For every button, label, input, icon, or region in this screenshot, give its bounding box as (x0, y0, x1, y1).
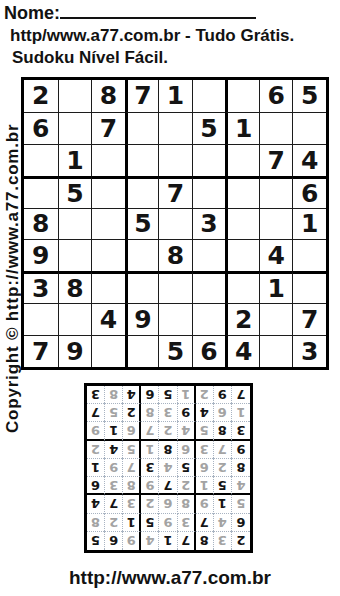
cell-r5c5 (158, 208, 192, 240)
solution-cell-r9c8: 8 (105, 386, 123, 404)
cell-r7c4 (125, 271, 159, 303)
solution-cell-r7c9: 9 (87, 422, 105, 440)
solution-cell-r9c2: 9 (214, 386, 232, 404)
cell-r4c2: 5 (58, 176, 92, 208)
solution-cell-r4c3: 1 (196, 477, 214, 495)
solution-cell-r7c1: 3 (232, 422, 250, 440)
solution-cell-r5c9: 1 (87, 459, 105, 477)
solution-cell-r8c1: 1 (232, 404, 250, 422)
solution-cell-r2c9: 8 (87, 514, 105, 532)
solution-cell-r9c4: 1 (178, 386, 196, 404)
cell-r2c5 (158, 112, 192, 144)
solution-cell-r9c3: 2 (196, 386, 214, 404)
cell-r8c5 (158, 303, 192, 335)
cell-r9c4 (125, 335, 159, 367)
solution-cell-r4c6: 9 (141, 477, 159, 495)
cell-r6c2 (58, 239, 92, 271)
cell-r6c1: 9 (24, 239, 58, 271)
cell-r1c4: 7 (125, 80, 159, 112)
cell-r2c7: 1 (225, 112, 259, 144)
cell-r2c8 (259, 112, 293, 144)
solution-cell-r3c7: 3 (123, 495, 141, 513)
name-row: Nome: (4, 2, 256, 24)
cell-r7c5 (158, 271, 192, 303)
solution-cell-r1c5: 1 (159, 532, 177, 550)
cell-r1c7 (225, 80, 259, 112)
solution-cell-r4c5: 7 (159, 477, 177, 495)
solution-cell-r6c5: 8 (159, 441, 177, 459)
solution-cell-r1c6: 4 (141, 532, 159, 550)
solution-cell-r8c9: 7 (87, 404, 105, 422)
solution-cell-r4c1: 4 (232, 477, 250, 495)
solution-cell-r1c1: 2 (232, 532, 250, 550)
solution-cell-r1c2: 3 (214, 532, 232, 550)
solution-cell-r3c4: 8 (178, 495, 196, 513)
cell-r9c9: 3 (292, 335, 326, 367)
cell-r3c6 (192, 144, 226, 176)
footer-url: http://www.a77.com.br (0, 567, 340, 589)
solution-cell-r6c2: 7 (214, 441, 232, 459)
cell-r8c6 (192, 303, 226, 335)
solution-cell-r4c2: 5 (214, 477, 232, 495)
cell-r9c6: 6 (192, 335, 226, 367)
solution-board: 2387149656473951285198623744512798368265… (84, 383, 253, 553)
cell-r3c1 (24, 144, 58, 176)
solution-cell-r2c4: 3 (178, 514, 196, 532)
cell-r7c2: 8 (58, 271, 92, 303)
name-blank-line (60, 2, 256, 19)
solution-cell-r5c2: 2 (214, 459, 232, 477)
solution-cell-r3c9: 4 (87, 495, 105, 513)
solution-cell-r1c4: 7 (178, 532, 196, 550)
cell-r7c1: 3 (24, 271, 58, 303)
cell-r4c7 (225, 176, 259, 208)
solution-cell-r8c5: 3 (159, 404, 177, 422)
cell-r5c8 (259, 208, 293, 240)
cell-r2c6: 5 (192, 112, 226, 144)
solution-cell-r5c6: 3 (141, 459, 159, 477)
solution-cell-r6c9: 2 (87, 441, 105, 459)
cell-r1c5: 1 (158, 80, 192, 112)
cell-r1c1: 2 (24, 80, 58, 112)
solution-cell-r6c7: 5 (123, 441, 141, 459)
cell-r2c2 (58, 112, 92, 144)
cell-r2c9 (292, 112, 326, 144)
cell-r8c3: 4 (91, 303, 125, 335)
cell-r5c6: 3 (192, 208, 226, 240)
cell-r3c9: 4 (292, 144, 326, 176)
cell-r7c7 (225, 271, 259, 303)
solution-cell-r7c8: 1 (105, 422, 123, 440)
solution-cell-r5c4: 5 (178, 459, 196, 477)
solution-cell-r3c6: 2 (141, 495, 159, 513)
solution-cell-r7c5: 2 (159, 422, 177, 440)
cell-r5c7 (225, 208, 259, 240)
solution-cell-r8c6: 8 (141, 404, 159, 422)
cell-r6c6 (192, 239, 226, 271)
solution-cell-r2c5: 9 (159, 514, 177, 532)
solution-cell-r2c8: 2 (105, 514, 123, 532)
cell-r2c4 (125, 112, 159, 144)
solution-cell-r7c6: 7 (141, 422, 159, 440)
solution-cell-r3c1: 5 (232, 495, 250, 513)
cell-r5c9: 1 (292, 208, 326, 240)
cell-r8c4: 9 (125, 303, 159, 335)
solution-cell-r5c3: 6 (196, 459, 214, 477)
cell-r4c4 (125, 176, 159, 208)
cell-r4c9: 6 (292, 176, 326, 208)
solution-cell-r9c9: 3 (87, 386, 105, 404)
solution-cell-r5c7: 7 (123, 459, 141, 477)
solution-cell-r3c5: 6 (159, 495, 177, 513)
cell-r9c8 (259, 335, 293, 367)
copyright-text: Copyright © http://www.a77.com.br (3, 124, 23, 433)
cell-r3c5 (158, 144, 192, 176)
cell-r3c8: 7 (259, 144, 293, 176)
cell-r8c7: 2 (225, 303, 259, 335)
cell-r5c2 (58, 208, 92, 240)
cell-r1c9: 5 (292, 80, 326, 112)
cell-r4c6 (192, 176, 226, 208)
cell-r9c5: 5 (158, 335, 192, 367)
solution-cell-r4c4: 2 (178, 477, 196, 495)
cell-r8c9: 7 (292, 303, 326, 335)
solution-cell-r6c1: 9 (232, 441, 250, 459)
cell-r4c5: 7 (158, 176, 192, 208)
solution-board-rotated: 2387149656473951285198623744512798368265… (84, 383, 253, 553)
solution-cell-r5c5: 4 (159, 459, 177, 477)
solution-cell-r8c8: 5 (105, 404, 123, 422)
solution-cell-r5c8: 9 (105, 459, 123, 477)
solution-cell-r6c3: 3 (196, 441, 214, 459)
name-label: Nome: (4, 3, 60, 23)
cell-r6c5: 8 (158, 239, 192, 271)
solution-cell-r6c8: 4 (105, 441, 123, 459)
cell-r7c3 (91, 271, 125, 303)
cell-r7c9 (292, 271, 326, 303)
cell-r3c7 (225, 144, 259, 176)
cell-r6c3 (91, 239, 125, 271)
cell-r6c8: 4 (259, 239, 293, 271)
cell-r5c3 (91, 208, 125, 240)
solution-cell-r2c7: 1 (123, 514, 141, 532)
cell-r8c8 (259, 303, 293, 335)
solution-cell-r7c2: 8 (214, 422, 232, 440)
solution-cell-r4c8: 3 (105, 477, 123, 495)
cell-r3c4 (125, 144, 159, 176)
solution-cell-r4c7: 8 (123, 477, 141, 495)
solution-cell-r2c2: 4 (214, 514, 232, 532)
solution-cell-r2c3: 7 (196, 514, 214, 532)
solution-cell-r2c1: 6 (232, 514, 250, 532)
cell-r8c1 (24, 303, 58, 335)
solution-cell-r1c9: 5 (87, 532, 105, 550)
cell-r5c4: 5 (125, 208, 159, 240)
solution-cell-r8c7: 2 (123, 404, 141, 422)
cell-r5c1: 8 (24, 208, 58, 240)
solution-cell-r5c1: 8 (232, 459, 250, 477)
cell-r9c7: 4 (225, 335, 259, 367)
solution-cell-r4c9: 6 (87, 477, 105, 495)
cell-r1c8: 6 (259, 80, 293, 112)
cell-r4c1 (24, 176, 58, 208)
cell-r1c6 (192, 80, 226, 112)
solution-cell-r3c2: 1 (214, 495, 232, 513)
solution-cell-r1c3: 8 (196, 532, 214, 550)
site-header: http/www.a77.com.br - Tudo Grátis. (10, 26, 294, 46)
cell-r7c8: 1 (259, 271, 293, 303)
cell-r3c3 (91, 144, 125, 176)
solution-cell-r7c3: 5 (196, 422, 214, 440)
solution-cell-r8c2: 6 (214, 404, 232, 422)
solution-cell-r9c6: 6 (141, 386, 159, 404)
solution-cell-r3c3: 9 (196, 495, 214, 513)
cell-r4c3 (91, 176, 125, 208)
cell-r2c1: 6 (24, 112, 58, 144)
cell-r9c3 (91, 335, 125, 367)
solution-cell-r1c8: 6 (105, 532, 123, 550)
solution-cell-r6c6: 1 (141, 441, 159, 459)
cell-r9c2: 9 (58, 335, 92, 367)
solution-cell-r8c3: 4 (196, 404, 214, 422)
solution-cell-r7c4: 4 (178, 422, 196, 440)
cell-r3c2: 1 (58, 144, 92, 176)
solution-cell-r9c5: 5 (159, 386, 177, 404)
cell-r6c7 (225, 239, 259, 271)
cell-r1c3: 8 (91, 80, 125, 112)
solution-cell-r8c4: 9 (178, 404, 196, 422)
cell-r1c2 (58, 80, 92, 112)
solution-cell-r9c7: 4 (123, 386, 141, 404)
solution-cell-r6c4: 6 (178, 441, 196, 459)
cell-r2c3: 7 (91, 112, 125, 144)
cell-r7c6 (192, 271, 226, 303)
puzzle-level-title: Sudoku Nível Fácil. (12, 48, 168, 68)
sudoku-board: 287165675117457685319843814927795643 (21, 77, 329, 370)
solution-cell-r7c7: 6 (123, 422, 141, 440)
cell-r6c9 (292, 239, 326, 271)
cell-r9c1: 7 (24, 335, 58, 367)
solution-cell-r9c1: 7 (232, 386, 250, 404)
solution-cell-r3c8: 7 (105, 495, 123, 513)
solution-cell-r2c6: 5 (141, 514, 159, 532)
cell-r6c4 (125, 239, 159, 271)
cell-r8c2 (58, 303, 92, 335)
solution-cell-r1c7: 9 (123, 532, 141, 550)
cell-r4c8 (259, 176, 293, 208)
